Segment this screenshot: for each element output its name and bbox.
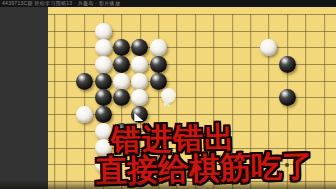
window-title: 4439713C期 轻松学习围棋13 · 兴趣岛 - 影片播放 bbox=[2, 0, 120, 7]
white-stone bbox=[76, 106, 93, 123]
black-stone bbox=[76, 73, 93, 90]
black-stone bbox=[95, 73, 112, 90]
black-stone bbox=[95, 106, 112, 123]
title-bar: 4439713C期 轻松学习围棋13 · 兴趣岛 - 影片播放 bbox=[0, 0, 336, 7]
white-stone bbox=[131, 73, 148, 90]
white-stone bbox=[95, 56, 112, 73]
white-stone bbox=[95, 123, 112, 140]
black-stone bbox=[150, 73, 167, 90]
black-stone bbox=[279, 89, 296, 106]
ghost-stone bbox=[161, 88, 176, 103]
left-sidebar-panel bbox=[0, 7, 48, 189]
black-stone bbox=[113, 56, 130, 73]
video-frame: 4439713C期 轻松学习围棋13 · 兴趣岛 - 影片播放 错进错出 直接给… bbox=[0, 0, 336, 189]
white-stone bbox=[113, 73, 130, 90]
white-stone bbox=[150, 39, 167, 56]
black-stone bbox=[113, 39, 130, 56]
bottom-vignette bbox=[0, 180, 336, 189]
black-stone bbox=[279, 56, 296, 73]
white-stone bbox=[95, 39, 112, 56]
black-stone bbox=[150, 56, 167, 73]
white-stone bbox=[95, 23, 112, 40]
black-stone bbox=[95, 89, 112, 106]
